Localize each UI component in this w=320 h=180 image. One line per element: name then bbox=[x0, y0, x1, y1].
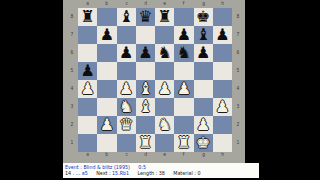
next-move: 15.Rb1 bbox=[112, 171, 129, 176]
square-e4: ♟ bbox=[155, 80, 174, 98]
move-number: 14 . bbox=[65, 171, 74, 176]
move-line: 14 . ... a5Next : 15.Rb1Length : 38Mater… bbox=[65, 171, 258, 178]
material-label: Material : bbox=[173, 171, 196, 176]
clock-value: 0:5 bbox=[138, 165, 146, 170]
next-label: Next : bbox=[96, 171, 110, 176]
square-b3 bbox=[97, 98, 116, 116]
square-g3 bbox=[194, 98, 213, 116]
square-f5 bbox=[174, 62, 193, 80]
square-d4: ♝ bbox=[136, 80, 155, 98]
rank-label-2: 2 bbox=[236, 120, 240, 130]
chess-board-panel: abcdefgh 87654321 87654321 ♜♝♛♜♚♟♟♝♟♟♟♞♞… bbox=[63, 0, 245, 163]
square-a1 bbox=[78, 134, 97, 152]
piece-black-rook: ♜ bbox=[155, 8, 174, 26]
piece-black-pawn: ♟ bbox=[136, 44, 155, 62]
square-h1 bbox=[213, 134, 232, 152]
rank-label-1: 1 bbox=[70, 138, 74, 148]
square-d7 bbox=[136, 26, 155, 44]
game-info-panel: Event : Blind & blitz (1995)0:5 14 . ...… bbox=[63, 163, 259, 178]
rank-label-7: 7 bbox=[236, 30, 240, 40]
square-f2 bbox=[174, 116, 193, 134]
square-a8: ♜ bbox=[78, 8, 97, 26]
file-label-d: d bbox=[140, 2, 151, 6]
square-e7 bbox=[155, 26, 174, 44]
piece-black-knight: ♞ bbox=[155, 44, 174, 62]
piece-black-pawn: ♟ bbox=[78, 62, 97, 80]
square-d2 bbox=[136, 116, 155, 134]
rank-label-3: 3 bbox=[236, 102, 240, 112]
file-label-b: b bbox=[102, 2, 113, 6]
rank-label-4: 4 bbox=[70, 84, 74, 94]
rank-label-5: 5 bbox=[70, 66, 74, 76]
square-a6 bbox=[78, 44, 97, 62]
file-label-e: e bbox=[159, 2, 170, 6]
square-b8 bbox=[97, 8, 116, 26]
square-e3 bbox=[155, 98, 174, 116]
rank-label-3: 3 bbox=[70, 102, 74, 112]
square-b4 bbox=[97, 80, 116, 98]
square-d8: ♛ bbox=[136, 8, 155, 26]
square-c6: ♟ bbox=[117, 44, 136, 62]
square-g2: ♟ bbox=[194, 116, 213, 134]
piece-white-knight: ♞ bbox=[155, 116, 174, 134]
length-label: Length : bbox=[138, 171, 158, 176]
square-e1 bbox=[155, 134, 174, 152]
piece-white-pawn: ♟ bbox=[97, 116, 116, 134]
square-g6: ♟ bbox=[194, 44, 213, 62]
square-f6: ♞ bbox=[174, 44, 193, 62]
square-g8: ♚ bbox=[194, 8, 213, 26]
rank-label-1: 1 bbox=[236, 138, 240, 148]
square-f8 bbox=[174, 8, 193, 26]
rank-label-2: 2 bbox=[70, 120, 74, 130]
length-value: 38 bbox=[159, 171, 165, 176]
square-d3: ♝ bbox=[136, 98, 155, 116]
square-a7 bbox=[78, 26, 97, 44]
square-d1: ♜ bbox=[136, 134, 155, 152]
board: ♜♝♛♜♚♟♟♝♟♟♟♞♞♟♟♟♟♝♟♟♞♝♟♟♛♞♟♜♜♚ bbox=[78, 8, 232, 152]
square-e2: ♞ bbox=[155, 116, 174, 134]
square-g5 bbox=[194, 62, 213, 80]
square-g1: ♚ bbox=[194, 134, 213, 152]
square-c7 bbox=[117, 26, 136, 44]
players-line: Bareev, Evgeny (2715) -- Hasanov, Murat … bbox=[63, 156, 245, 163]
piece-black-pawn: ♟ bbox=[213, 26, 232, 44]
square-g7: ♝ bbox=[194, 26, 213, 44]
piece-white-pawn: ♟ bbox=[78, 80, 97, 98]
rank-labels-right: 87654321 bbox=[234, 8, 242, 152]
square-c2: ♛ bbox=[117, 116, 136, 134]
event-value: Blind & blitz (1995) bbox=[83, 165, 129, 170]
piece-white-bishop: ♝ bbox=[136, 98, 155, 116]
piece-black-pawn: ♟ bbox=[117, 44, 136, 62]
piece-white-pawn: ♟ bbox=[213, 98, 232, 116]
rank-label-8: 8 bbox=[70, 12, 74, 22]
piece-black-bishop: ♝ bbox=[194, 26, 213, 44]
square-c1 bbox=[117, 134, 136, 152]
last-move: ... a5 bbox=[76, 171, 88, 176]
square-h8 bbox=[213, 8, 232, 26]
piece-black-pawn: ♟ bbox=[194, 44, 213, 62]
piece-white-king: ♚ bbox=[194, 134, 213, 152]
square-c3: ♞ bbox=[117, 98, 136, 116]
piece-white-pawn: ♟ bbox=[194, 116, 213, 134]
rank-label-6: 6 bbox=[236, 48, 240, 58]
square-a4: ♟ bbox=[78, 80, 97, 98]
square-e5 bbox=[155, 62, 174, 80]
square-b7: ♟ bbox=[97, 26, 116, 44]
square-h3: ♟ bbox=[213, 98, 232, 116]
piece-white-queen: ♛ bbox=[117, 116, 136, 134]
square-c5 bbox=[117, 62, 136, 80]
piece-black-rook: ♜ bbox=[78, 8, 97, 26]
square-f1: ♜ bbox=[174, 134, 193, 152]
square-b2: ♟ bbox=[97, 116, 116, 134]
piece-white-bishop: ♝ bbox=[136, 80, 155, 98]
file-label-g: g bbox=[198, 2, 209, 6]
rank-label-6: 6 bbox=[70, 48, 74, 58]
rank-label-5: 5 bbox=[236, 66, 240, 76]
piece-white-pawn: ♟ bbox=[174, 80, 193, 98]
square-b6 bbox=[97, 44, 116, 62]
square-h5 bbox=[213, 62, 232, 80]
piece-black-pawn: ♟ bbox=[174, 26, 193, 44]
video-frame: abcdefgh 87654321 87654321 ♜♝♛♜♚♟♟♝♟♟♟♞♞… bbox=[0, 0, 320, 180]
square-h7: ♟ bbox=[213, 26, 232, 44]
material-value: 0 bbox=[197, 171, 200, 176]
square-f3 bbox=[174, 98, 193, 116]
piece-black-bishop: ♝ bbox=[117, 8, 136, 26]
piece-black-knight: ♞ bbox=[174, 44, 193, 62]
square-b1 bbox=[97, 134, 116, 152]
square-c4: ♟ bbox=[117, 80, 136, 98]
rank-label-8: 8 bbox=[236, 12, 240, 22]
event-label: Event : bbox=[65, 165, 82, 170]
rank-labels-left: 87654321 bbox=[68, 8, 76, 152]
square-a5: ♟ bbox=[78, 62, 97, 80]
piece-black-queen: ♛ bbox=[136, 8, 155, 26]
square-d6: ♟ bbox=[136, 44, 155, 62]
file-label-a: a bbox=[82, 2, 93, 6]
square-e6: ♞ bbox=[155, 44, 174, 62]
rank-label-7: 7 bbox=[70, 30, 74, 40]
piece-white-rook: ♜ bbox=[136, 134, 155, 152]
square-h2 bbox=[213, 116, 232, 134]
square-c8: ♝ bbox=[117, 8, 136, 26]
rank-label-4: 4 bbox=[236, 84, 240, 94]
piece-black-king: ♚ bbox=[194, 8, 213, 26]
square-a2 bbox=[78, 116, 97, 134]
square-h4 bbox=[213, 80, 232, 98]
square-a3 bbox=[78, 98, 97, 116]
square-f4: ♟ bbox=[174, 80, 193, 98]
piece-white-pawn: ♟ bbox=[155, 80, 174, 98]
square-g4 bbox=[194, 80, 213, 98]
file-label-h: h bbox=[217, 2, 228, 6]
piece-white-pawn: ♟ bbox=[117, 80, 136, 98]
square-h6 bbox=[213, 44, 232, 62]
square-f7: ♟ bbox=[174, 26, 193, 44]
piece-white-rook: ♜ bbox=[174, 134, 193, 152]
square-b5 bbox=[97, 62, 116, 80]
piece-black-pawn: ♟ bbox=[97, 26, 116, 44]
square-e8: ♜ bbox=[155, 8, 174, 26]
square-d5 bbox=[136, 62, 155, 80]
file-label-c: c bbox=[121, 2, 132, 6]
piece-white-knight: ♞ bbox=[117, 98, 136, 116]
file-label-f: f bbox=[179, 2, 190, 6]
